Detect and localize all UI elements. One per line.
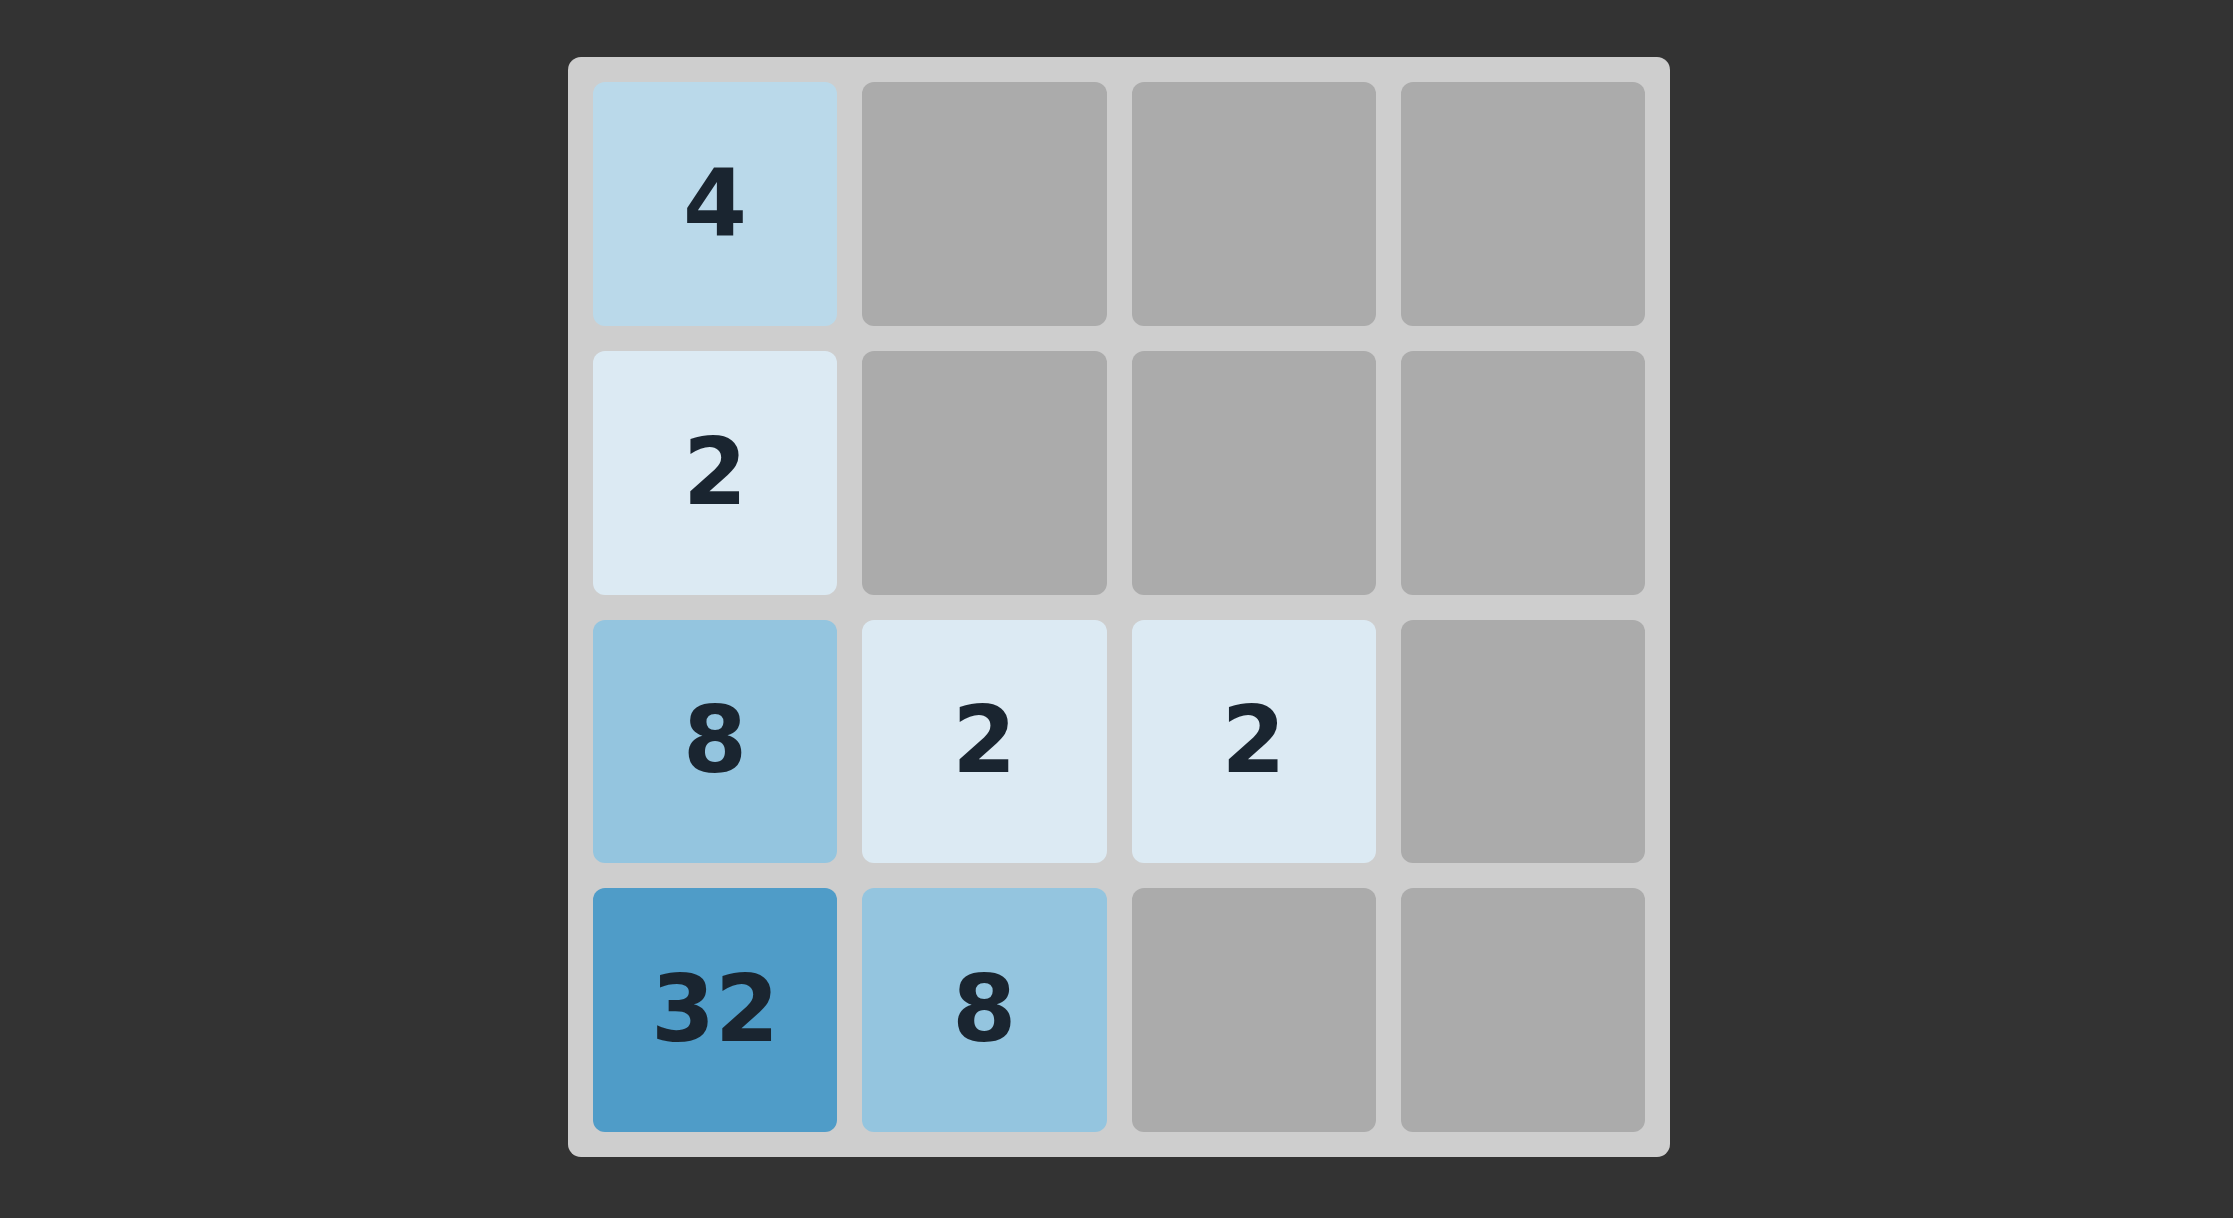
empty-cell <box>1132 82 1376 326</box>
tile-2: 2 <box>1132 620 1376 864</box>
game-board-2048[interactable]: 42822328 <box>568 57 1670 1157</box>
tile-8: 8 <box>593 620 837 864</box>
app-background: 42822328 <box>0 0 2233 1218</box>
empty-cell <box>862 82 1106 326</box>
empty-cell <box>1401 351 1645 595</box>
empty-cell <box>1132 888 1376 1132</box>
tile-2: 2 <box>862 620 1106 864</box>
tile-2: 2 <box>593 351 837 595</box>
empty-cell <box>1132 351 1376 595</box>
empty-cell <box>1401 620 1645 864</box>
empty-cell <box>862 351 1106 595</box>
empty-cell <box>1401 82 1645 326</box>
empty-cell <box>1401 888 1645 1132</box>
tile-4: 4 <box>593 82 837 326</box>
tile-32: 32 <box>593 888 837 1132</box>
tile-8: 8 <box>862 888 1106 1132</box>
